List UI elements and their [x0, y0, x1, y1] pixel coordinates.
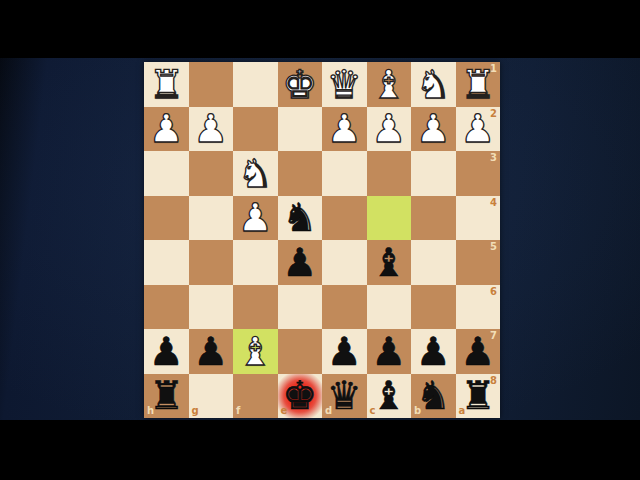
piece-black-pawn[interactable]: ♟	[411, 329, 456, 374]
square-f1[interactable]	[233, 62, 278, 107]
square-e4[interactable]: ♞	[278, 196, 323, 241]
rank-label-1: 1	[490, 64, 497, 74]
square-c4[interactable]	[367, 196, 412, 241]
piece-white-knight[interactable]: ♞	[233, 151, 278, 196]
square-b4[interactable]	[411, 196, 456, 241]
square-b7[interactable]: ♟	[411, 329, 456, 374]
square-d7[interactable]: ♟	[322, 329, 367, 374]
square-h5[interactable]	[144, 240, 189, 285]
file-label-h: h	[147, 406, 154, 416]
square-d6[interactable]	[322, 285, 367, 330]
square-f7[interactable]: ♝	[233, 329, 278, 374]
square-c5[interactable]: ♝	[367, 240, 412, 285]
square-d2[interactable]: ♟	[322, 107, 367, 152]
file-label-b: b	[414, 406, 421, 416]
square-b1[interactable]: ♞	[411, 62, 456, 107]
file-label-f: f	[236, 406, 240, 416]
square-a5[interactable]: 5	[456, 240, 501, 285]
piece-black-pawn[interactable]: ♟	[144, 329, 189, 374]
square-b5[interactable]	[411, 240, 456, 285]
square-c1[interactable]: ♝	[367, 62, 412, 107]
file-label-g: g	[192, 406, 199, 416]
square-a6[interactable]: 6	[456, 285, 501, 330]
piece-white-pawn[interactable]: ♟	[322, 107, 367, 152]
piece-black-pawn[interactable]: ♟	[189, 329, 234, 374]
letterbox-bar-top	[0, 0, 640, 58]
square-f3[interactable]: ♞	[233, 151, 278, 196]
square-d4[interactable]	[322, 196, 367, 241]
square-h7[interactable]: ♟	[144, 329, 189, 374]
file-label-c: c	[370, 406, 376, 416]
video-frame: ♜♚♛♝♞♜1♟♟♟♟♟♟2♞3♟♞4♟♝56♟♟♝♟♟♟♟7♜hgf♚e♛d♝…	[0, 0, 640, 480]
square-e1[interactable]: ♚	[278, 62, 323, 107]
square-g2[interactable]: ♟	[189, 107, 234, 152]
chess-board: ♜♚♛♝♞♜1♟♟♟♟♟♟2♞3♟♞4♟♝56♟♟♝♟♟♟♟7♜hgf♚e♛d♝…	[144, 62, 500, 418]
square-a7[interactable]: ♟7	[456, 329, 501, 374]
letterbox-bar-bottom	[0, 420, 640, 480]
rank-label-4: 4	[490, 198, 497, 208]
rank-label-5: 5	[490, 242, 497, 252]
square-c8[interactable]: ♝c	[367, 374, 412, 419]
square-a3[interactable]: 3	[456, 151, 501, 196]
piece-white-knight[interactable]: ♞	[411, 62, 456, 107]
square-h3[interactable]	[144, 151, 189, 196]
square-h2[interactable]: ♟	[144, 107, 189, 152]
square-b3[interactable]	[411, 151, 456, 196]
square-g6[interactable]	[189, 285, 234, 330]
square-c7[interactable]: ♟	[367, 329, 412, 374]
square-b8[interactable]: ♞b	[411, 374, 456, 419]
square-g7[interactable]: ♟	[189, 329, 234, 374]
square-f4[interactable]: ♟	[233, 196, 278, 241]
square-h8[interactable]: ♜h	[144, 374, 189, 419]
square-c3[interactable]	[367, 151, 412, 196]
square-a4[interactable]: 4	[456, 196, 501, 241]
piece-black-pawn[interactable]: ♟	[278, 240, 323, 285]
rank-label-8: 8	[490, 376, 497, 386]
square-a8[interactable]: ♜8a	[456, 374, 501, 419]
piece-black-knight[interactable]: ♞	[278, 196, 323, 241]
rank-label-6: 6	[490, 287, 497, 297]
piece-white-pawn[interactable]: ♟	[411, 107, 456, 152]
piece-black-pawn[interactable]: ♟	[322, 329, 367, 374]
square-b2[interactable]: ♟	[411, 107, 456, 152]
file-label-e: e	[281, 406, 288, 416]
square-e2[interactable]	[278, 107, 323, 152]
square-e6[interactable]	[278, 285, 323, 330]
square-b6[interactable]	[411, 285, 456, 330]
piece-black-pawn[interactable]: ♟	[367, 329, 412, 374]
square-h4[interactable]	[144, 196, 189, 241]
square-h1[interactable]: ♜	[144, 62, 189, 107]
square-e3[interactable]	[278, 151, 323, 196]
square-g5[interactable]	[189, 240, 234, 285]
square-c6[interactable]	[367, 285, 412, 330]
piece-white-bishop[interactable]: ♝	[233, 329, 278, 374]
piece-white-queen[interactable]: ♛	[322, 62, 367, 107]
square-d8[interactable]: ♛d	[322, 374, 367, 419]
piece-white-pawn[interactable]: ♟	[367, 107, 412, 152]
piece-black-bishop[interactable]: ♝	[367, 240, 412, 285]
file-label-a: a	[459, 406, 466, 416]
piece-white-king[interactable]: ♚	[278, 62, 323, 107]
piece-white-bishop[interactable]: ♝	[367, 62, 412, 107]
square-g8[interactable]: g	[189, 374, 234, 419]
piece-white-pawn[interactable]: ♟	[233, 196, 278, 241]
square-e5[interactable]: ♟	[278, 240, 323, 285]
file-label-d: d	[325, 406, 332, 416]
square-e8[interactable]: ♚e	[278, 374, 323, 419]
piece-white-pawn[interactable]: ♟	[144, 107, 189, 152]
rank-label-2: 2	[490, 109, 497, 119]
square-d3[interactable]	[322, 151, 367, 196]
square-g4[interactable]	[189, 196, 234, 241]
square-g3[interactable]	[189, 151, 234, 196]
piece-white-rook[interactable]: ♜	[144, 62, 189, 107]
rank-label-7: 7	[490, 331, 497, 341]
square-c2[interactable]: ♟	[367, 107, 412, 152]
square-a1[interactable]: ♜1	[456, 62, 501, 107]
square-g1[interactable]	[189, 62, 234, 107]
square-d5[interactable]	[322, 240, 367, 285]
square-d1[interactable]: ♛	[322, 62, 367, 107]
square-a2[interactable]: ♟2	[456, 107, 501, 152]
square-f5[interactable]	[233, 240, 278, 285]
square-e7[interactable]	[278, 329, 323, 374]
square-f6[interactable]	[233, 285, 278, 330]
rank-label-3: 3	[490, 153, 497, 163]
square-f2[interactable]	[233, 107, 278, 152]
square-f8[interactable]: f	[233, 374, 278, 419]
square-h6[interactable]	[144, 285, 189, 330]
piece-white-pawn[interactable]: ♟	[189, 107, 234, 152]
